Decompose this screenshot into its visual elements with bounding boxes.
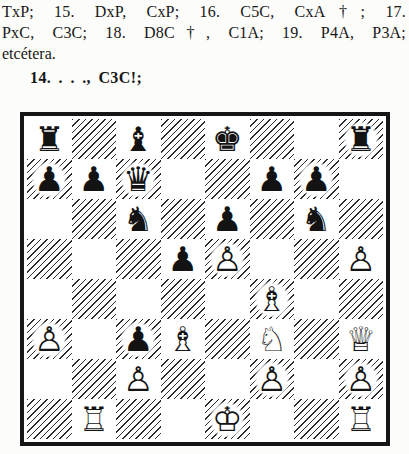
square-e5: ♙ [205, 239, 250, 279]
piece-black-rook-h8: ♜ [343, 121, 379, 157]
square-a8: ♜ [27, 119, 72, 159]
square-a5 [27, 239, 72, 279]
square-e3 [205, 319, 250, 359]
piece-black-bishop-c8: ♝ [120, 121, 156, 157]
square-a4 [27, 279, 72, 319]
square-d8 [161, 119, 206, 159]
piece-black-pawn-e6: ♟ [209, 201, 245, 237]
square-g7: ♟ [294, 159, 339, 199]
square-f1 [250, 399, 295, 439]
square-c8: ♝ [116, 119, 161, 159]
piece-black-pawn-g7: ♟ [298, 161, 334, 197]
square-e6: ♟ [205, 199, 250, 239]
piece-white-pawn-a3: ♙ [31, 321, 67, 357]
piece-black-queen-c7: ♛ [120, 161, 156, 197]
square-g6: ♞ [294, 199, 339, 239]
square-h6 [339, 199, 384, 239]
square-h1: ♖ [339, 399, 384, 439]
piece-white-pawn-c2: ♙ [120, 361, 156, 397]
square-b6 [72, 199, 117, 239]
square-b7: ♟ [72, 159, 117, 199]
square-c1 [116, 399, 161, 439]
chess-board-grid: ♜♝♚♜♟♟♛♟♟♞♟♞♟♙♙♗♙♟♗♘♕♙♙♙♖♔♖ [27, 119, 383, 439]
piece-black-pawn-c3: ♟ [120, 321, 156, 357]
piece-white-knight-f3: ♘ [254, 321, 290, 357]
square-e1: ♔ [205, 399, 250, 439]
square-g2 [294, 359, 339, 399]
piece-white-bishop-d3: ♗ [165, 321, 201, 357]
highlighted-move-line: 14. . . ., C3C!; [2, 67, 406, 88]
piece-black-rook-a8: ♜ [31, 121, 67, 157]
square-b2 [72, 359, 117, 399]
moves-line-3: etcétera. [2, 43, 406, 64]
square-c5 [116, 239, 161, 279]
piece-white-king-e1: ♔ [209, 401, 245, 437]
moves-line-1: TxP; 15. DxP, CxP; 16. C5C, CxA†; 17. [2, 1, 406, 22]
square-e2 [205, 359, 250, 399]
square-d5: ♟ [161, 239, 206, 279]
piece-white-pawn-h5: ♙ [343, 241, 379, 277]
piece-black-pawn-b7: ♟ [76, 161, 112, 197]
piece-black-pawn-a7: ♟ [31, 161, 67, 197]
piece-white-pawn-e5: ♙ [209, 241, 245, 277]
square-f6 [250, 199, 295, 239]
square-h3: ♕ [339, 319, 384, 359]
square-e7 [205, 159, 250, 199]
square-d6 [161, 199, 206, 239]
square-f4: ♗ [250, 279, 295, 319]
square-a6 [27, 199, 72, 239]
square-b5 [72, 239, 117, 279]
square-h5: ♙ [339, 239, 384, 279]
square-c4 [116, 279, 161, 319]
square-f2: ♙ [250, 359, 295, 399]
annotation-text-block: TxP; 15. DxP, CxP; 16. C5C, CxA†; 17. Px… [2, 1, 406, 88]
square-f7: ♟ [250, 159, 295, 199]
square-c6: ♞ [116, 199, 161, 239]
square-d7 [161, 159, 206, 199]
square-g5 [294, 239, 339, 279]
square-b1: ♖ [72, 399, 117, 439]
piece-white-rook-b1: ♖ [76, 401, 112, 437]
square-g4 [294, 279, 339, 319]
square-c3: ♟ [116, 319, 161, 359]
square-b4 [72, 279, 117, 319]
square-d3: ♗ [161, 319, 206, 359]
piece-white-pawn-f2: ♙ [254, 361, 290, 397]
square-e4 [205, 279, 250, 319]
square-b8 [72, 119, 117, 159]
square-f8 [250, 119, 295, 159]
square-a1 [27, 399, 72, 439]
square-c2: ♙ [116, 359, 161, 399]
piece-black-king-e8: ♚ [209, 121, 245, 157]
square-g3 [294, 319, 339, 359]
square-g8 [294, 119, 339, 159]
square-c7: ♛ [116, 159, 161, 199]
square-h4 [339, 279, 384, 319]
square-d1 [161, 399, 206, 439]
piece-white-pawn-h2: ♙ [343, 361, 379, 397]
square-h7 [339, 159, 384, 199]
piece-black-knight-c6: ♞ [120, 201, 156, 237]
square-b3 [72, 319, 117, 359]
square-d4 [161, 279, 206, 319]
moves-line-2: PxC, C3C; 18. D8C†, C1A; 19. P4A, P3A; [2, 22, 406, 43]
square-d2 [161, 359, 206, 399]
square-f3: ♘ [250, 319, 295, 359]
square-a2 [27, 359, 72, 399]
square-a7: ♟ [27, 159, 72, 199]
square-h8: ♜ [339, 119, 384, 159]
square-e8: ♚ [205, 119, 250, 159]
piece-black-pawn-d5: ♟ [165, 241, 201, 277]
piece-white-bishop-f4: ♗ [254, 281, 290, 317]
square-h2: ♙ [339, 359, 384, 399]
piece-black-knight-g6: ♞ [298, 201, 334, 237]
square-f5 [250, 239, 295, 279]
square-g1 [294, 399, 339, 439]
square-a3: ♙ [27, 319, 72, 359]
chess-board: ♜♝♚♜♟♟♛♟♟♞♟♞♟♙♙♗♙♟♗♘♕♙♙♙♖♔♖ [20, 112, 390, 446]
piece-black-pawn-f7: ♟ [254, 161, 290, 197]
piece-white-queen-h3: ♕ [343, 321, 379, 357]
piece-white-rook-h1: ♖ [343, 401, 379, 437]
